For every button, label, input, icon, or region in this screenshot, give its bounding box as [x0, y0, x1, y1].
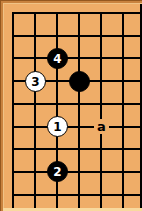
- grid-line-vertical: [122, 12, 124, 208]
- point-label-a: a: [94, 119, 109, 134]
- grid-line-vertical: [78, 12, 80, 208]
- stone-black: [69, 71, 90, 92]
- go-board-diagram: 4312a: [0, 0, 142, 211]
- stone-white-1: 1: [47, 116, 68, 137]
- stone-black-4: 4: [47, 48, 68, 69]
- grid-line-horizontal: [12, 126, 142, 128]
- grid-line-horizontal: [12, 194, 142, 196]
- stone-white-3: 3: [25, 71, 46, 92]
- grid-line-vertical: [34, 12, 36, 208]
- grid-line-horizontal: [12, 57, 142, 59]
- grid-line-horizontal: [12, 35, 142, 37]
- board-bottom-bevel: [3, 208, 142, 211]
- grid-line-horizontal: [12, 103, 142, 105]
- stone-black-2: 2: [47, 161, 68, 182]
- board-frame-left-bevel: [3, 3, 4, 208]
- board-frame-top-bevel: [3, 3, 142, 4]
- grid-line-vertical: [12, 12, 14, 208]
- grid-line-vertical: [100, 12, 102, 208]
- grid-line-horizontal: [12, 171, 142, 173]
- grid-line-horizontal: [12, 12, 142, 14]
- grid-line-horizontal: [12, 148, 142, 150]
